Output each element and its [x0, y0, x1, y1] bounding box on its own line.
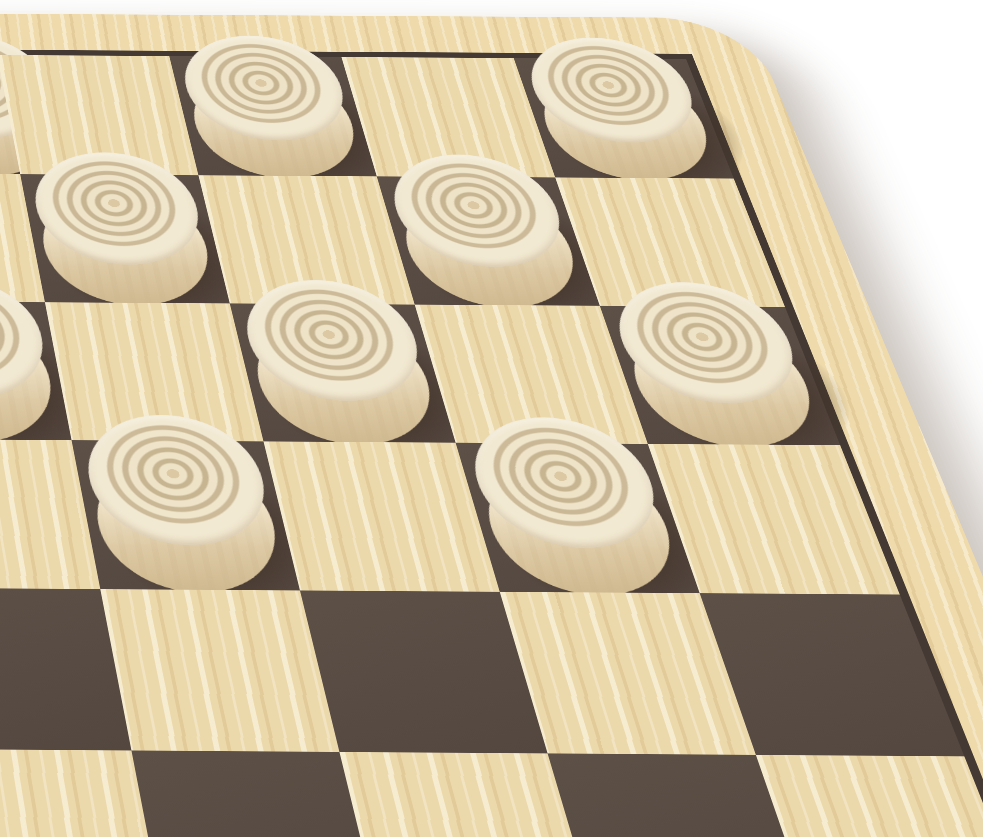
checker-piece[interactable]	[84, 448, 287, 582]
square-r2c5[interactable]	[20, 174, 230, 303]
square-r5c5[interactable]	[100, 589, 339, 752]
checker-piece[interactable]	[525, 64, 721, 171]
board-photo: Close-up angled photograph of a natural …	[0, 0, 983, 837]
checker-piece[interactable]	[468, 451, 685, 585]
checker-piece[interactable]	[242, 311, 443, 435]
piece-top-rings	[516, 37, 710, 143]
checker-piece[interactable]	[612, 313, 826, 437]
board-grid	[0, 51, 983, 837]
checker-piece[interactable]	[31, 181, 218, 296]
checker-piece[interactable]	[180, 62, 365, 169]
board-border-line	[0, 46, 983, 837]
checkers-board	[0, 9, 983, 837]
square-r6c8[interactable]	[756, 755, 983, 837]
square-r4c5[interactable]	[72, 440, 300, 590]
checker-piece[interactable]	[389, 183, 588, 298]
